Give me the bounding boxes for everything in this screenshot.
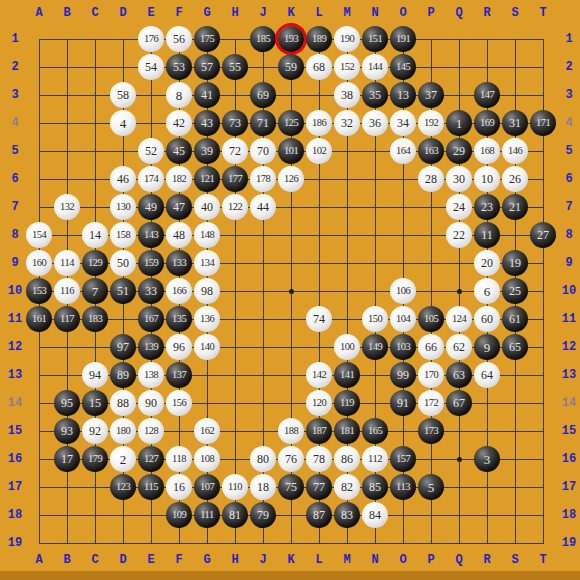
stone-O16[interactable]: 157 <box>390 446 416 472</box>
stone-L2[interactable]: 68 <box>306 54 332 80</box>
stone-D9[interactable]: 50 <box>110 250 136 276</box>
stone-E13[interactable]: 138 <box>138 362 164 388</box>
row-label-12: 12 <box>4 340 26 354</box>
stone-G1[interactable]: 175 <box>194 26 220 52</box>
stone-M16[interactable]: 86 <box>334 446 360 472</box>
stone-C15[interactable]: 92 <box>82 418 108 444</box>
move-number: 101 <box>284 146 298 157</box>
stone-G7[interactable]: 40 <box>194 194 220 220</box>
stone-G18[interactable]: 111 <box>194 502 220 528</box>
stone-L13[interactable]: 142 <box>306 362 332 388</box>
stone-D6[interactable]: 46 <box>110 166 136 192</box>
stone-G2[interactable]: 57 <box>194 54 220 80</box>
stone-M15[interactable]: 181 <box>334 418 360 444</box>
stone-O17[interactable]: 113 <box>390 474 416 500</box>
stone-P11[interactable]: 105 <box>418 306 444 332</box>
stone-L18[interactable]: 87 <box>306 502 332 528</box>
stone-D14[interactable]: 88 <box>110 390 136 416</box>
stone-G12[interactable]: 140 <box>194 334 220 360</box>
move-number: 169 <box>480 118 494 129</box>
move-number: 182 <box>172 174 186 185</box>
move-number: 75 <box>285 481 297 493</box>
stone-N16[interactable]: 112 <box>362 446 388 472</box>
stone-S9[interactable]: 19 <box>502 250 528 276</box>
stone-D15[interactable]: 180 <box>110 418 136 444</box>
col-label-G: G <box>193 553 221 567</box>
stone-D3[interactable]: 58 <box>110 82 136 108</box>
stone-M3[interactable]: 38 <box>334 82 360 108</box>
stone-E16[interactable]: 127 <box>138 446 164 472</box>
stone-F14[interactable]: 156 <box>166 390 192 416</box>
stone-E2[interactable]: 54 <box>138 54 164 80</box>
stone-F4[interactable]: 42 <box>166 110 192 136</box>
stone-C8[interactable]: 14 <box>82 222 108 248</box>
stone-J6[interactable]: 178 <box>250 166 276 192</box>
stone-G17[interactable]: 107 <box>194 474 220 500</box>
move-number: 170 <box>424 370 438 381</box>
move-number: 55 <box>229 61 241 73</box>
move-number: 163 <box>424 146 438 157</box>
stone-E17[interactable]: 115 <box>138 474 164 500</box>
stone-J5[interactable]: 70 <box>250 138 276 164</box>
move-number: 16 <box>173 481 185 493</box>
stone-P14[interactable]: 172 <box>418 390 444 416</box>
move-number: 126 <box>284 174 298 185</box>
stone-M2[interactable]: 152 <box>334 54 360 80</box>
stone-O5[interactable]: 164 <box>390 138 416 164</box>
row-label-2: 2 <box>4 60 26 74</box>
stone-P12[interactable]: 66 <box>418 334 444 360</box>
stone-K6[interactable]: 126 <box>278 166 304 192</box>
stone-N1[interactable]: 151 <box>362 26 388 52</box>
move-number: 41 <box>201 89 213 101</box>
stone-F8[interactable]: 48 <box>166 222 192 248</box>
stone-R16[interactable]: 3 <box>474 446 500 472</box>
move-number: 104 <box>396 314 410 325</box>
move-number: 47 <box>173 201 185 213</box>
stone-O1[interactable]: 191 <box>390 26 416 52</box>
row-label-10: 10 <box>4 284 26 298</box>
stone-G6[interactable]: 121 <box>194 166 220 192</box>
move-number: 178 <box>256 174 270 185</box>
row-label-15: 15 <box>558 424 580 438</box>
stone-F3[interactable]: 8 <box>166 82 192 108</box>
stone-J17[interactable]: 18 <box>250 474 276 500</box>
stone-O10[interactable]: 106 <box>390 278 416 304</box>
move-number: 42 <box>173 117 185 129</box>
stone-N3[interactable]: 35 <box>362 82 388 108</box>
move-number: 93 <box>61 425 73 437</box>
move-number: 100 <box>340 342 354 353</box>
stone-G4[interactable]: 43 <box>194 110 220 136</box>
stone-B10[interactable]: 116 <box>54 278 80 304</box>
move-number: 189 <box>312 34 326 45</box>
stone-D8[interactable]: 158 <box>110 222 136 248</box>
stone-Q13[interactable]: 63 <box>446 362 472 388</box>
stone-O2[interactable]: 145 <box>390 54 416 80</box>
stone-G5[interactable]: 39 <box>194 138 220 164</box>
stone-N2[interactable]: 144 <box>362 54 388 80</box>
stone-G15[interactable]: 162 <box>194 418 220 444</box>
move-number: 140 <box>200 342 214 353</box>
stone-M17[interactable]: 82 <box>334 474 360 500</box>
stone-B15[interactable]: 93 <box>54 418 80 444</box>
row-label-6: 6 <box>558 172 580 186</box>
stone-K17[interactable]: 75 <box>278 474 304 500</box>
stone-H4[interactable]: 73 <box>222 110 248 136</box>
stone-C11[interactable]: 183 <box>82 306 108 332</box>
stone-E5[interactable]: 52 <box>138 138 164 164</box>
stone-N11[interactable]: 150 <box>362 306 388 332</box>
stone-S12[interactable]: 65 <box>502 334 528 360</box>
stone-H7[interactable]: 122 <box>222 194 248 220</box>
stone-O3[interactable]: 13 <box>390 82 416 108</box>
stone-B14[interactable]: 95 <box>54 390 80 416</box>
stone-F5[interactable]: 45 <box>166 138 192 164</box>
stone-Q6[interactable]: 30 <box>446 166 472 192</box>
stone-P13[interactable]: 170 <box>418 362 444 388</box>
stone-A8[interactable]: 154 <box>26 222 52 248</box>
stone-E1[interactable]: 176 <box>138 26 164 52</box>
move-number: 30 <box>453 173 465 185</box>
stone-F7[interactable]: 47 <box>166 194 192 220</box>
row-label-18: 18 <box>4 508 26 522</box>
stone-C10[interactable]: 7 <box>82 278 108 304</box>
stone-A9[interactable]: 160 <box>26 250 52 276</box>
stone-M4[interactable]: 32 <box>334 110 360 136</box>
move-number: 175 <box>200 34 214 45</box>
row-label-17: 17 <box>4 480 26 494</box>
row-label-4: 4 <box>558 116 580 130</box>
stone-C13[interactable]: 94 <box>82 362 108 388</box>
move-number: 164 <box>396 146 410 157</box>
move-number: 8 <box>176 89 183 102</box>
col-label-C: C <box>81 6 109 20</box>
stone-S4[interactable]: 31 <box>502 110 528 136</box>
move-number: 58 <box>117 89 129 101</box>
stone-F2[interactable]: 53 <box>166 54 192 80</box>
stone-F1[interactable]: 56 <box>166 26 192 52</box>
stone-R8[interactable]: 11 <box>474 222 500 248</box>
col-label-L: L <box>305 6 333 20</box>
stone-K5[interactable]: 101 <box>278 138 304 164</box>
stone-R4[interactable]: 169 <box>474 110 500 136</box>
stone-G10[interactable]: 98 <box>194 278 220 304</box>
move-number: 32 <box>341 117 353 129</box>
stone-K2[interactable]: 59 <box>278 54 304 80</box>
stone-B11[interactable]: 117 <box>54 306 80 332</box>
stone-E8[interactable]: 143 <box>138 222 164 248</box>
stone-O14[interactable]: 91 <box>390 390 416 416</box>
move-number: 33 <box>145 285 157 297</box>
stone-R13[interactable]: 64 <box>474 362 500 388</box>
stone-O4[interactable]: 34 <box>390 110 416 136</box>
move-number: 94 <box>89 369 101 381</box>
stone-R7[interactable]: 23 <box>474 194 500 220</box>
go-board[interactable]: 1765617518519318919015119154535755596815… <box>25 25 557 557</box>
col-label-N: N <box>361 6 389 20</box>
move-number: 81 <box>229 509 241 521</box>
stone-J3[interactable]: 69 <box>250 82 276 108</box>
stone-E6[interactable]: 174 <box>138 166 164 192</box>
stone-C14[interactable]: 15 <box>82 390 108 416</box>
row-label-14: 14 <box>4 396 26 410</box>
stone-K15[interactable]: 188 <box>278 418 304 444</box>
col-label-K: K <box>277 553 305 567</box>
stone-C16[interactable]: 179 <box>82 446 108 472</box>
move-number: 96 <box>173 341 185 353</box>
col-label-A: A <box>25 553 53 567</box>
stone-E11[interactable]: 167 <box>138 306 164 332</box>
stone-D7[interactable]: 130 <box>110 194 136 220</box>
stone-R9[interactable]: 20 <box>474 250 500 276</box>
col-label-D: D <box>109 553 137 567</box>
move-number: 160 <box>32 258 46 269</box>
move-number: 28 <box>425 173 437 185</box>
move-number: 112 <box>368 454 382 465</box>
stone-L17[interactable]: 77 <box>306 474 332 500</box>
col-label-K: K <box>277 6 305 20</box>
stone-D12[interactable]: 97 <box>110 334 136 360</box>
move-number: 152 <box>340 62 354 73</box>
move-number: 74 <box>313 313 325 325</box>
move-number: 57 <box>201 61 213 73</box>
stone-F12[interactable]: 96 <box>166 334 192 360</box>
move-number: 108 <box>200 454 214 465</box>
stone-F13[interactable]: 137 <box>166 362 192 388</box>
move-number: 38 <box>341 89 353 101</box>
move-number: 179 <box>88 454 102 465</box>
stone-M14[interactable]: 119 <box>334 390 360 416</box>
move-number: 143 <box>144 230 158 241</box>
move-number: 50 <box>117 257 129 269</box>
move-number: 63 <box>453 369 465 381</box>
stone-N15[interactable]: 165 <box>362 418 388 444</box>
stone-Q7[interactable]: 24 <box>446 194 472 220</box>
stone-O13[interactable]: 99 <box>390 362 416 388</box>
row-label-11: 11 <box>4 312 26 326</box>
stone-E15[interactable]: 128 <box>138 418 164 444</box>
stone-R3[interactable]: 147 <box>474 82 500 108</box>
move-number: 48 <box>173 229 185 241</box>
col-label-O: O <box>389 6 417 20</box>
move-number: 43 <box>201 117 213 129</box>
stone-D16[interactable]: 2 <box>110 446 136 472</box>
move-number: 35 <box>369 89 381 101</box>
stone-K16[interactable]: 76 <box>278 446 304 472</box>
stone-P17[interactable]: 5 <box>418 474 444 500</box>
stone-H17[interactable]: 110 <box>222 474 248 500</box>
col-label-A: A <box>25 6 53 20</box>
stone-N18[interactable]: 84 <box>362 502 388 528</box>
stone-E14[interactable]: 90 <box>138 390 164 416</box>
stone-P15[interactable]: 173 <box>418 418 444 444</box>
stone-L14[interactable]: 120 <box>306 390 332 416</box>
stone-F16[interactable]: 118 <box>166 446 192 472</box>
stone-F6[interactable]: 182 <box>166 166 192 192</box>
stone-H6[interactable]: 177 <box>222 166 248 192</box>
move-number: 17 <box>61 453 73 465</box>
move-number: 186 <box>312 118 326 129</box>
stone-B7[interactable]: 132 <box>54 194 80 220</box>
stone-D17[interactable]: 123 <box>110 474 136 500</box>
stone-P4[interactable]: 192 <box>418 110 444 136</box>
stone-D10[interactable]: 51 <box>110 278 136 304</box>
stone-L15[interactable]: 187 <box>306 418 332 444</box>
stone-Q5[interactable]: 29 <box>446 138 472 164</box>
stone-E9[interactable]: 159 <box>138 250 164 276</box>
move-number: 20 <box>481 257 493 269</box>
stone-K4[interactable]: 125 <box>278 110 304 136</box>
move-number: 109 <box>172 510 186 521</box>
stone-Q11[interactable]: 124 <box>446 306 472 332</box>
stone-L1[interactable]: 189 <box>306 26 332 52</box>
col-label-P: P <box>417 553 445 567</box>
stone-T4[interactable]: 171 <box>530 110 556 136</box>
stone-D4[interactable]: 4 <box>110 110 136 136</box>
stone-J18[interactable]: 79 <box>250 502 276 528</box>
stone-R10[interactable]: 6 <box>474 278 500 304</box>
stone-J7[interactable]: 44 <box>250 194 276 220</box>
row-label-13: 13 <box>4 368 26 382</box>
move-number: 132 <box>60 202 74 213</box>
stone-F18[interactable]: 109 <box>166 502 192 528</box>
stone-C9[interactable]: 129 <box>82 250 108 276</box>
stone-Q14[interactable]: 67 <box>446 390 472 416</box>
move-number: 181 <box>340 426 354 437</box>
move-number: 64 <box>481 369 493 381</box>
move-number: 62 <box>453 341 465 353</box>
move-number: 27 <box>537 229 549 241</box>
stone-P6[interactable]: 28 <box>418 166 444 192</box>
stone-F17[interactable]: 16 <box>166 474 192 500</box>
stone-E10[interactable]: 33 <box>138 278 164 304</box>
stone-H5[interactable]: 72 <box>222 138 248 164</box>
move-number: 167 <box>144 314 158 325</box>
move-number: 150 <box>368 314 382 325</box>
move-number: 134 <box>200 258 214 269</box>
col-label-F: F <box>165 553 193 567</box>
row-label-8: 8 <box>4 228 26 242</box>
stone-P5[interactable]: 163 <box>418 138 444 164</box>
row-label-6: 6 <box>4 172 26 186</box>
stone-L16[interactable]: 78 <box>306 446 332 472</box>
move-number: 69 <box>257 89 269 101</box>
move-number: 127 <box>144 454 158 465</box>
stone-H2[interactable]: 55 <box>222 54 248 80</box>
stone-J4[interactable]: 71 <box>250 110 276 136</box>
stone-A10[interactable]: 153 <box>26 278 52 304</box>
row-label-16: 16 <box>558 452 580 466</box>
stone-N12[interactable]: 149 <box>362 334 388 360</box>
stone-M12[interactable]: 100 <box>334 334 360 360</box>
move-number: 71 <box>257 117 269 129</box>
stone-B16[interactable]: 17 <box>54 446 80 472</box>
stone-M1[interactable]: 190 <box>334 26 360 52</box>
stone-S11[interactable]: 61 <box>502 306 528 332</box>
stone-L11[interactable]: 74 <box>306 306 332 332</box>
move-number: 82 <box>341 481 353 493</box>
move-number: 18 <box>257 481 269 493</box>
stone-S6[interactable]: 26 <box>502 166 528 192</box>
stone-S5[interactable]: 146 <box>502 138 528 164</box>
stone-Q12[interactable]: 62 <box>446 334 472 360</box>
stone-F10[interactable]: 166 <box>166 278 192 304</box>
stone-E12[interactable]: 139 <box>138 334 164 360</box>
stone-G3[interactable]: 41 <box>194 82 220 108</box>
stone-L5[interactable]: 102 <box>306 138 332 164</box>
stone-O11[interactable]: 104 <box>390 306 416 332</box>
move-number: 153 <box>32 286 46 297</box>
stone-T8[interactable]: 27 <box>530 222 556 248</box>
stone-D13[interactable]: 89 <box>110 362 136 388</box>
stone-R5[interactable]: 168 <box>474 138 500 164</box>
stone-M13[interactable]: 141 <box>334 362 360 388</box>
col-label-O: O <box>389 553 417 567</box>
stone-B9[interactable]: 114 <box>54 250 80 276</box>
move-number: 137 <box>172 370 186 381</box>
stone-P3[interactable]: 37 <box>418 82 444 108</box>
stone-G16[interactable]: 108 <box>194 446 220 472</box>
move-number: 120 <box>312 398 326 409</box>
stone-K1-last-move[interactable]: 193 <box>278 26 304 52</box>
stone-E7[interactable]: 49 <box>138 194 164 220</box>
move-number: 110 <box>228 482 242 493</box>
col-label-Q: Q <box>445 553 473 567</box>
stone-R11[interactable]: 60 <box>474 306 500 332</box>
stone-F9[interactable]: 133 <box>166 250 192 276</box>
stone-O12[interactable]: 103 <box>390 334 416 360</box>
stone-N4[interactable]: 36 <box>362 110 388 136</box>
move-number: 188 <box>284 426 298 437</box>
stone-M18[interactable]: 83 <box>334 502 360 528</box>
move-number: 176 <box>144 34 158 45</box>
row-label-3: 3 <box>4 88 26 102</box>
stone-S7[interactable]: 21 <box>502 194 528 220</box>
move-number: 99 <box>397 369 409 381</box>
move-number: 1 <box>456 117 463 130</box>
move-number: 129 <box>88 258 102 269</box>
stone-Q4[interactable]: 1 <box>446 110 472 136</box>
col-label-R: R <box>473 553 501 567</box>
row-label-9: 9 <box>4 256 26 270</box>
stone-R12[interactable]: 9 <box>474 334 500 360</box>
stone-N17[interactable]: 85 <box>362 474 388 500</box>
stone-F11[interactable]: 135 <box>166 306 192 332</box>
stone-A11[interactable]: 161 <box>26 306 52 332</box>
stone-J16[interactable]: 80 <box>250 446 276 472</box>
col-label-N: N <box>361 553 389 567</box>
stone-G9[interactable]: 134 <box>194 250 220 276</box>
move-number: 97 <box>117 341 129 353</box>
move-number: 24 <box>453 201 465 213</box>
move-number: 141 <box>340 370 354 381</box>
col-label-S: S <box>501 6 529 20</box>
move-number: 2 <box>120 453 127 466</box>
stone-R6[interactable]: 10 <box>474 166 500 192</box>
window-bottom-strip <box>0 571 580 580</box>
stone-L4[interactable]: 186 <box>306 110 332 136</box>
col-label-E: E <box>137 6 165 20</box>
row-label-11: 11 <box>558 312 580 326</box>
stone-J1[interactable]: 185 <box>250 26 276 52</box>
move-number: 15 <box>89 397 101 409</box>
stone-Q8[interactable]: 22 <box>446 222 472 248</box>
stone-G8[interactable]: 148 <box>194 222 220 248</box>
stone-H18[interactable]: 81 <box>222 502 248 528</box>
stone-S10[interactable]: 25 <box>502 278 528 304</box>
stone-G11[interactable]: 136 <box>194 306 220 332</box>
